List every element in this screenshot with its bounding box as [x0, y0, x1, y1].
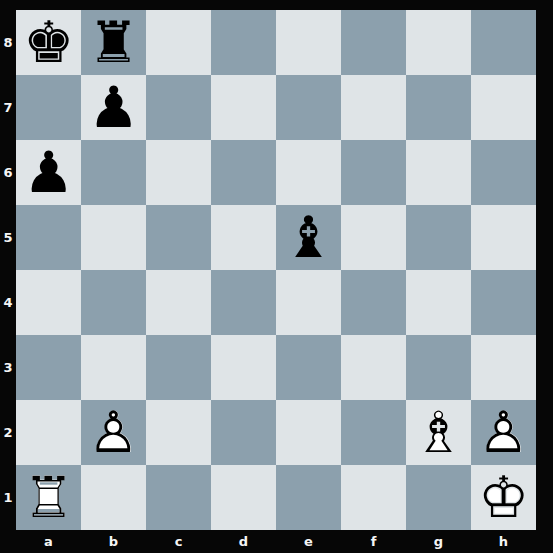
square-d3[interactable] — [211, 335, 276, 400]
square-h5[interactable] — [471, 205, 536, 270]
square-a4[interactable] — [16, 270, 81, 335]
square-g4[interactable] — [406, 270, 471, 335]
square-h4[interactable] — [471, 270, 536, 335]
square-a1[interactable]: ♜♖ — [16, 465, 81, 530]
chess-board: ♚♜♟♟♝♟♙♝♗♟♙♜♖♚♔ — [16, 10, 536, 530]
file-labels: abcdefgh — [16, 530, 536, 553]
square-d4[interactable] — [211, 270, 276, 335]
white-pawn[interactable]: ♟♙ — [81, 400, 146, 465]
white-rook[interactable]: ♜♖ — [16, 465, 81, 530]
white-pawn-outline: ♙ — [81, 400, 146, 465]
square-e1[interactable] — [276, 465, 341, 530]
black-bishop[interactable]: ♝ — [276, 205, 341, 270]
black-pawn-glyph: ♟ — [81, 75, 146, 140]
square-e4[interactable] — [276, 270, 341, 335]
file-label-g: g — [406, 530, 471, 553]
square-b2[interactable]: ♟♙ — [81, 400, 146, 465]
square-g1[interactable] — [406, 465, 471, 530]
square-d6[interactable] — [211, 140, 276, 205]
square-c1[interactable] — [146, 465, 211, 530]
square-d5[interactable] — [211, 205, 276, 270]
file-label-h: h — [471, 530, 536, 553]
square-d7[interactable] — [211, 75, 276, 140]
square-b1[interactable] — [81, 465, 146, 530]
rank-label-2: 2 — [0, 400, 16, 465]
rank-label-7: 7 — [0, 75, 16, 140]
black-king-glyph: ♚ — [16, 10, 81, 75]
square-h8[interactable] — [471, 10, 536, 75]
black-bishop-glyph: ♝ — [276, 205, 341, 270]
rank-labels: 87654321 — [0, 10, 16, 530]
square-c8[interactable] — [146, 10, 211, 75]
square-f1[interactable] — [341, 465, 406, 530]
square-e7[interactable] — [276, 75, 341, 140]
square-b8[interactable]: ♜ — [81, 10, 146, 75]
white-rook-outline: ♖ — [16, 465, 81, 530]
square-f2[interactable] — [341, 400, 406, 465]
square-b7[interactable]: ♟ — [81, 75, 146, 140]
square-f4[interactable] — [341, 270, 406, 335]
square-h7[interactable] — [471, 75, 536, 140]
square-f6[interactable] — [341, 140, 406, 205]
square-f7[interactable] — [341, 75, 406, 140]
white-king[interactable]: ♚♔ — [471, 465, 536, 530]
rank-label-1: 1 — [0, 465, 16, 530]
file-label-b: b — [81, 530, 146, 553]
square-g6[interactable] — [406, 140, 471, 205]
square-f8[interactable] — [341, 10, 406, 75]
white-pawn-outline: ♙ — [471, 400, 536, 465]
rank-label-5: 5 — [0, 205, 16, 270]
white-bishop[interactable]: ♝♗ — [406, 400, 471, 465]
black-rook[interactable]: ♜ — [81, 10, 146, 75]
square-c5[interactable] — [146, 205, 211, 270]
file-label-f: f — [341, 530, 406, 553]
file-label-e: e — [276, 530, 341, 553]
white-pawn[interactable]: ♟♙ — [471, 400, 536, 465]
square-g2[interactable]: ♝♗ — [406, 400, 471, 465]
square-a5[interactable] — [16, 205, 81, 270]
square-e2[interactable] — [276, 400, 341, 465]
white-king-outline: ♔ — [471, 465, 536, 530]
square-c4[interactable] — [146, 270, 211, 335]
chess-board-frame: 87654321 ♚♜♟♟♝♟♙♝♗♟♙♜♖♚♔ abcdefgh — [0, 0, 553, 553]
black-pawn[interactable]: ♟ — [16, 140, 81, 205]
square-b5[interactable] — [81, 205, 146, 270]
square-a6[interactable]: ♟ — [16, 140, 81, 205]
square-a7[interactable] — [16, 75, 81, 140]
square-c7[interactable] — [146, 75, 211, 140]
square-h1[interactable]: ♚♔ — [471, 465, 536, 530]
square-b4[interactable] — [81, 270, 146, 335]
file-label-d: d — [211, 530, 276, 553]
rank-label-6: 6 — [0, 140, 16, 205]
rank-label-4: 4 — [0, 270, 16, 335]
file-label-a: a — [16, 530, 81, 553]
square-g7[interactable] — [406, 75, 471, 140]
square-e5[interactable]: ♝ — [276, 205, 341, 270]
square-a8[interactable]: ♚ — [16, 10, 81, 75]
square-h6[interactable] — [471, 140, 536, 205]
square-c3[interactable] — [146, 335, 211, 400]
square-e6[interactable] — [276, 140, 341, 205]
square-c2[interactable] — [146, 400, 211, 465]
rank-label-8: 8 — [0, 10, 16, 75]
square-g5[interactable] — [406, 205, 471, 270]
square-g8[interactable] — [406, 10, 471, 75]
rank-label-3: 3 — [0, 335, 16, 400]
square-d2[interactable] — [211, 400, 276, 465]
white-bishop-outline: ♗ — [406, 400, 471, 465]
square-b3[interactable] — [81, 335, 146, 400]
square-h3[interactable] — [471, 335, 536, 400]
square-d1[interactable] — [211, 465, 276, 530]
square-g3[interactable] — [406, 335, 471, 400]
square-f3[interactable] — [341, 335, 406, 400]
file-label-c: c — [146, 530, 211, 553]
black-pawn-glyph: ♟ — [16, 140, 81, 205]
black-king[interactable]: ♚ — [16, 10, 81, 75]
black-pawn[interactable]: ♟ — [81, 75, 146, 140]
square-f5[interactable] — [341, 205, 406, 270]
square-e3[interactable] — [276, 335, 341, 400]
square-b6[interactable] — [81, 140, 146, 205]
square-a2[interactable] — [16, 400, 81, 465]
square-h2[interactable]: ♟♙ — [471, 400, 536, 465]
square-c6[interactable] — [146, 140, 211, 205]
black-rook-glyph: ♜ — [81, 10, 146, 75]
square-e8[interactable] — [276, 10, 341, 75]
square-d8[interactable] — [211, 10, 276, 75]
square-a3[interactable] — [16, 335, 81, 400]
